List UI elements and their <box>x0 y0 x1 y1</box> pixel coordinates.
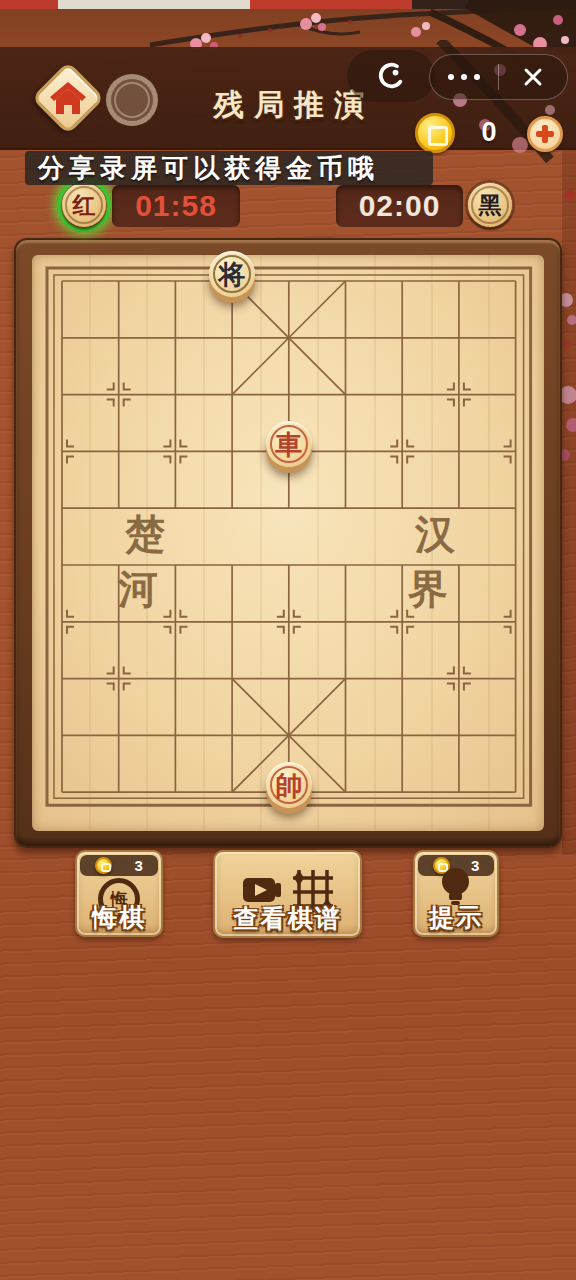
top-edge-decoration <box>0 0 576 9</box>
bulb-icon <box>442 868 470 895</box>
undo-cost: 3 <box>134 857 142 874</box>
profile-circle-button[interactable] <box>106 74 158 126</box>
black-timer: 02:00 <box>336 185 463 227</box>
piece-red-general[interactable]: 帥 <box>266 762 312 808</box>
river-label-left: 楚河 <box>85 507 205 617</box>
undo-cost-badge: 3 <box>80 855 158 876</box>
undo-button[interactable]: 3 悔 悔棋 <box>75 850 163 937</box>
coin-icon <box>95 857 112 874</box>
hint-label: 提示 <box>415 901 497 934</box>
view-record-button[interactable]: 查看棋谱 <box>213 850 362 938</box>
piece-red-chariot[interactable]: 車 <box>266 421 312 467</box>
share-banner: 分享录屏可以获得金币哦 <box>25 151 433 185</box>
house-icon <box>49 80 87 116</box>
recorder-button[interactable] <box>347 50 435 102</box>
black-player-label: 黑 <box>479 190 502 221</box>
close-button[interactable] <box>499 55 567 99</box>
hint-cost: 3 <box>471 857 479 874</box>
coin-icon <box>415 113 455 153</box>
view-record-label: 查看棋谱 <box>215 902 360 935</box>
home-button[interactable] <box>42 72 94 124</box>
hint-button[interactable]: 3 提示 <box>413 850 499 937</box>
river-label-right: 汉界 <box>375 507 495 617</box>
piece-black-general[interactable]: 将 <box>209 251 255 297</box>
miniprogram-capsule <box>429 54 568 100</box>
add-coins-button[interactable] <box>527 116 563 152</box>
red-timer: 01:58 <box>112 185 240 227</box>
coin-count: 0 <box>466 117 512 148</box>
more-button[interactable] <box>430 55 498 99</box>
red-player-label: 红 <box>73 190 96 221</box>
screen: 残局推演 0 分享录屏可以获得金币哦 红 01:58 02:00 黑 <box>0 0 576 1280</box>
right-edge-shade <box>562 150 576 855</box>
close-icon <box>522 66 544 88</box>
share-banner-text: 分享录屏可以获得金币哦 <box>25 151 379 186</box>
undo-label: 悔棋 <box>77 901 161 934</box>
black-player-indicator: 黑 <box>465 180 515 230</box>
record-share-icon <box>376 61 406 91</box>
more-dots-icon <box>448 74 480 80</box>
red-player-indicator: 红 <box>57 178 111 232</box>
